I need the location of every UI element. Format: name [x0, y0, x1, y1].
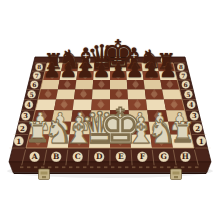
carved-dash — [97, 166, 100, 168]
black-pawn-a7[interactable]: ♟ — [43, 60, 61, 80]
carved-dash — [139, 166, 142, 168]
svg-text:7: 7 — [35, 73, 39, 79]
square-h5[interactable] — [162, 89, 182, 99]
coord-rank-7-right: 7 — [179, 72, 187, 80]
carved-dash — [69, 166, 72, 168]
carved-dash — [153, 166, 156, 168]
svg-text:H: H — [182, 152, 189, 161]
square-ornament-dot — [61, 102, 66, 107]
carved-dash — [125, 166, 128, 168]
square-b5[interactable] — [56, 89, 75, 99]
carved-dash — [118, 166, 121, 168]
carved-dash — [20, 166, 23, 168]
carved-dash — [167, 166, 170, 168]
coord-rank-1-left: 1 — [14, 136, 24, 146]
coord-rank-8-right: 8 — [177, 63, 185, 71]
coord-file-a-bottom: A — [29, 152, 39, 162]
svg-text:5: 5 — [29, 91, 33, 98]
black-pawn-d7[interactable]: ♟ — [93, 60, 111, 80]
svg-text:6: 6 — [32, 81, 36, 88]
carved-dash — [160, 166, 163, 168]
square-ornament-dot — [152, 92, 157, 97]
carved-dash — [34, 166, 37, 168]
svg-text:8: 8 — [37, 64, 41, 70]
svg-text:1: 1 — [16, 137, 21, 146]
square-ornament-dot — [133, 82, 138, 87]
coord-rank-1-right: 1 — [196, 136, 206, 146]
chess-set-photo: AABBCCDDEEFFGGHH8877665544332211 ♜♞♝♛♚♝♞… — [0, 0, 220, 220]
square-ornament-dot — [81, 92, 86, 97]
carved-dash — [181, 166, 184, 168]
coord-file-g-bottom: G — [159, 152, 169, 162]
square-ornament-dot — [65, 82, 70, 87]
white-rook-h1[interactable]: ♜ — [170, 119, 195, 147]
carved-dash — [104, 166, 107, 168]
carved-dash — [90, 166, 93, 168]
square-ornament-dot — [171, 102, 176, 107]
carved-dash — [27, 166, 30, 168]
carved-dash — [76, 166, 79, 168]
black-pawn-h7[interactable]: ♟ — [159, 60, 177, 80]
svg-text:A: A — [31, 152, 38, 161]
svg-text:G: G — [161, 152, 167, 161]
carved-dash — [41, 166, 44, 168]
svg-text:C: C — [75, 152, 81, 161]
carved-dash — [62, 166, 65, 168]
black-pawn-f7[interactable]: ♟ — [126, 60, 144, 80]
svg-text:5: 5 — [186, 91, 190, 98]
coord-rank-5-right: 5 — [184, 90, 193, 99]
black-pawn-g7[interactable]: ♟ — [143, 60, 161, 80]
svg-text:6: 6 — [184, 81, 188, 88]
coord-file-h-bottom: H — [180, 152, 190, 162]
coord-rank-6-left: 6 — [30, 81, 38, 89]
carved-dash — [111, 166, 114, 168]
carved-dash — [146, 166, 149, 168]
svg-text:B: B — [53, 152, 59, 161]
black-pawn-e7[interactable]: ♟ — [109, 60, 127, 80]
square-ornament-dot — [99, 82, 104, 87]
square-ornament-dot — [167, 82, 172, 87]
svg-text:2: 2 — [195, 125, 200, 133]
coord-rank-6-right: 6 — [182, 81, 190, 89]
svg-text:8: 8 — [179, 64, 183, 70]
carved-dash — [55, 166, 58, 168]
left-clasp — [39, 169, 50, 180]
right-clasp — [171, 169, 182, 180]
svg-text:1: 1 — [199, 137, 204, 146]
svg-text:7: 7 — [181, 73, 185, 79]
square-ornament-dot — [45, 92, 50, 97]
black-pawn-c7[interactable]: ♟ — [76, 60, 94, 80]
carved-dash — [188, 166, 191, 168]
carved-dash — [195, 166, 198, 168]
coord-file-b-bottom: B — [51, 152, 61, 162]
carved-dash — [174, 166, 177, 168]
coord-rank-7-left: 7 — [33, 72, 41, 80]
square-ornament-dot — [116, 92, 121, 97]
coord-rank-5-left: 5 — [27, 90, 36, 99]
carved-dash — [48, 166, 51, 168]
carved-dash — [83, 166, 86, 168]
black-pawn-b7[interactable]: ♟ — [59, 60, 77, 80]
carved-dash — [132, 166, 135, 168]
